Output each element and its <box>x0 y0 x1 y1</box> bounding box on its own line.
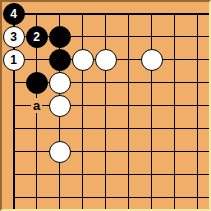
point-c5-r4 <box>94 71 117 94</box>
point-c9-r7 <box>186 140 209 163</box>
white-stone <box>49 141 71 163</box>
point-c8-r8 <box>163 163 186 186</box>
point-c6-r3 <box>117 48 140 71</box>
point-c2-r2: 2 <box>25 25 48 48</box>
point-c8-r7 <box>163 140 186 163</box>
point-c9-r5 <box>186 94 209 117</box>
point-c4-r4 <box>71 71 94 94</box>
white-stone-move-3: 3 <box>3 26 25 48</box>
black-stone-move-2: 2 <box>26 26 48 48</box>
point-c4-r9 <box>71 186 94 209</box>
point-c3-r5 <box>48 94 71 117</box>
point-c6-r9 <box>117 186 140 209</box>
point-c1-r9 <box>2 186 25 209</box>
white-stone <box>141 49 163 71</box>
point-c7-r1 <box>140 2 163 25</box>
point-c1-r3: 1 <box>2 48 25 71</box>
point-c5-r2 <box>94 25 117 48</box>
point-c8-r5 <box>163 94 186 117</box>
point-c7-r4 <box>140 71 163 94</box>
point-c9-r1 <box>186 2 209 25</box>
point-c9-r8 <box>186 163 209 186</box>
point-c1-r4 <box>2 71 25 94</box>
point-c7-r3 <box>140 48 163 71</box>
point-c1-r6 <box>2 117 25 140</box>
point-c9-r6 <box>186 117 209 140</box>
move-number: 2 <box>33 31 40 43</box>
point-c4-r6 <box>71 117 94 140</box>
point-c9-r9 <box>186 186 209 209</box>
point-c6-r5 <box>117 94 140 117</box>
move-number: 1 <box>10 54 17 66</box>
point-c1-r5 <box>2 94 25 117</box>
point-c1-r8 <box>2 163 25 186</box>
point-c3-r1 <box>48 2 71 25</box>
point-c3-r3 <box>48 48 71 71</box>
point-c4-r2 <box>71 25 94 48</box>
point-c5-r7 <box>94 140 117 163</box>
point-c9-r4 <box>186 71 209 94</box>
point-c9-r3 <box>186 48 209 71</box>
white-stone-move-1: 1 <box>3 49 25 71</box>
point-c1-r1: 4 <box>2 2 25 25</box>
black-stone <box>49 49 71 71</box>
point-c5-r1 <box>94 2 117 25</box>
white-stone <box>49 72 71 94</box>
point-c7-r9 <box>140 186 163 209</box>
white-stone <box>72 49 94 71</box>
black-stone <box>49 26 71 48</box>
point-c7-r7 <box>140 140 163 163</box>
point-c2-r5: a <box>25 94 48 117</box>
point-c5-r3 <box>94 48 117 71</box>
go-board-grid: 4321a <box>2 2 209 209</box>
point-c9-r2 <box>186 25 209 48</box>
point-c8-r1 <box>163 2 186 25</box>
white-stone <box>95 49 117 71</box>
point-c6-r4 <box>117 71 140 94</box>
point-c2-r6 <box>25 117 48 140</box>
point-c7-r2 <box>140 25 163 48</box>
black-stone-move-4: 4 <box>3 3 25 25</box>
point-c5-r6 <box>94 117 117 140</box>
point-c7-r8 <box>140 163 163 186</box>
point-label-a: a <box>31 98 42 113</box>
go-diagram: 4321a <box>0 0 211 211</box>
point-c1-r7 <box>2 140 25 163</box>
point-c8-r6 <box>163 117 186 140</box>
point-c2-r7 <box>25 140 48 163</box>
point-c2-r8 <box>25 163 48 186</box>
point-c6-r7 <box>117 140 140 163</box>
point-c6-r1 <box>117 2 140 25</box>
point-c2-r3 <box>25 48 48 71</box>
point-c3-r9 <box>48 186 71 209</box>
point-c8-r4 <box>163 71 186 94</box>
point-c3-r4 <box>48 71 71 94</box>
point-c3-r8 <box>48 163 71 186</box>
point-c2-r4 <box>25 71 48 94</box>
point-c5-r5 <box>94 94 117 117</box>
point-c3-r6 <box>48 117 71 140</box>
point-c4-r8 <box>71 163 94 186</box>
point-c7-r5 <box>140 94 163 117</box>
point-c8-r2 <box>163 25 186 48</box>
black-stone <box>26 72 48 94</box>
point-c4-r3 <box>71 48 94 71</box>
point-c4-r5 <box>71 94 94 117</box>
point-c3-r2 <box>48 25 71 48</box>
point-c2-r1 <box>25 2 48 25</box>
point-c6-r8 <box>117 163 140 186</box>
white-stone <box>49 95 71 117</box>
point-c4-r1 <box>71 2 94 25</box>
move-number: 4 <box>10 8 17 20</box>
point-c6-r2 <box>117 25 140 48</box>
point-c8-r3 <box>163 48 186 71</box>
point-c8-r9 <box>163 186 186 209</box>
point-c1-r2: 3 <box>2 25 25 48</box>
point-c5-r9 <box>94 186 117 209</box>
point-c7-r6 <box>140 117 163 140</box>
point-c5-r8 <box>94 163 117 186</box>
point-c4-r7 <box>71 140 94 163</box>
point-c2-r9 <box>25 186 48 209</box>
point-c3-r7 <box>48 140 71 163</box>
move-number: 3 <box>10 31 17 43</box>
point-c6-r6 <box>117 117 140 140</box>
